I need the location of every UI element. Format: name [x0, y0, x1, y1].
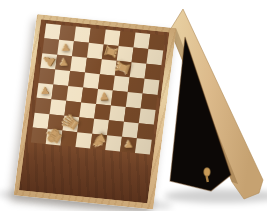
clasp-icon [204, 168, 210, 176]
square-h7 [146, 49, 163, 65]
chess-set-photo: ♟♜♟♟♜♟♟♛♚♞♟ [0, 0, 267, 211]
square-h6 [145, 64, 162, 80]
square-h8 [148, 34, 165, 50]
chess-board: ♟♜♟♟♜♟♟♛♚♞♟ [31, 23, 165, 154]
white-pawn-b7: ♟ [61, 43, 71, 53]
square-h5 [143, 79, 160, 95]
white-pawn-e4: ♟ [99, 91, 110, 101]
square-h3 [139, 108, 156, 124]
square-h1 [135, 138, 152, 154]
square-h2 [137, 123, 154, 139]
white-pawn-g1: ♟ [123, 140, 133, 150]
white-pawn-b6: ♟ [59, 58, 69, 68]
square-h4 [141, 94, 158, 110]
white-pawn-a4: ♟ [40, 86, 50, 96]
board-panel: ♟♜♟♟♜♟♟♛♚♞♟ [14, 14, 177, 210]
